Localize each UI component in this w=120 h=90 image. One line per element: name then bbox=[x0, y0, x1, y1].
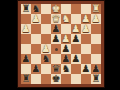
board-square-h8[interactable]: ♜ bbox=[91, 4, 101, 14]
white-pawn-piece: ♟ bbox=[72, 24, 81, 34]
board-square-e7[interactable]: ♞ bbox=[61, 14, 71, 24]
board-square-g5[interactable] bbox=[81, 34, 91, 44]
white-rook-piece: ♜ bbox=[92, 4, 101, 14]
white-pawn-piece: ♟ bbox=[42, 44, 51, 54]
board-square-d2[interactable]: ♛ bbox=[51, 64, 61, 74]
board-square-g1[interactable] bbox=[81, 74, 91, 84]
black-king-piece: ♚ bbox=[52, 74, 61, 84]
board-square-a4[interactable] bbox=[21, 44, 31, 54]
board-square-c7[interactable] bbox=[41, 14, 51, 24]
board-square-e4[interactable]: ♟ bbox=[61, 44, 71, 54]
board-square-a2[interactable] bbox=[21, 64, 31, 74]
board-square-d6[interactable]: ♟ bbox=[51, 24, 61, 34]
board-square-c1[interactable] bbox=[41, 74, 51, 84]
board-square-b7[interactable]: ♟ bbox=[31, 14, 41, 24]
board-square-f1[interactable] bbox=[71, 74, 81, 84]
board-square-e1[interactable] bbox=[61, 74, 71, 84]
white-knight-piece: ♞ bbox=[62, 14, 71, 24]
board-square-e5[interactable]: ♟ bbox=[61, 34, 71, 44]
black-pawn-piece: ♟ bbox=[82, 64, 91, 74]
black-pawn-piece: ♟ bbox=[72, 54, 81, 64]
board-square-e8[interactable] bbox=[61, 4, 71, 14]
black-rook-piece: ♜ bbox=[22, 74, 31, 84]
black-pawn-piece: ♟ bbox=[52, 34, 61, 44]
move-marker-dot bbox=[55, 48, 58, 51]
white-pawn-piece: ♟ bbox=[82, 24, 91, 34]
black-knight-piece: ♞ bbox=[42, 54, 51, 64]
board-square-d7[interactable]: ♛ bbox=[51, 14, 61, 24]
board-square-e6[interactable] bbox=[61, 24, 71, 34]
black-pawn-piece: ♟ bbox=[52, 24, 61, 34]
black-rook-piece: ♜ bbox=[22, 4, 31, 14]
white-pawn-piece: ♟ bbox=[32, 14, 41, 24]
board-square-h5[interactable] bbox=[91, 34, 101, 44]
white-pawn-piece: ♟ bbox=[82, 14, 91, 24]
board-square-b5[interactable] bbox=[31, 34, 41, 44]
letterboxed-background: ♜♞♚♜♟♛♞♟♟♟♟♟♟♟♟♟♟♟♟♞♟♟♟♛♞♟♟♜♚♜ bbox=[0, 0, 120, 90]
board-square-f7[interactable] bbox=[71, 14, 81, 24]
board-square-d4[interactable] bbox=[51, 44, 61, 54]
board-square-h1[interactable]: ♜ bbox=[91, 74, 101, 84]
board-square-d3[interactable] bbox=[51, 54, 61, 64]
board-square-d8[interactable]: ♚ bbox=[51, 4, 61, 14]
board-square-b1[interactable] bbox=[31, 74, 41, 84]
chess-board-frame: ♜♞♚♜♟♛♞♟♟♟♟♟♟♟♟♟♟♟♟♞♟♟♟♛♞♟♟♜♚♜ bbox=[18, 1, 104, 87]
board-square-g4[interactable] bbox=[81, 44, 91, 54]
board-square-f8[interactable] bbox=[71, 4, 81, 14]
board-square-a6[interactable]: ♟ bbox=[21, 24, 31, 34]
black-pawn-piece: ♟ bbox=[22, 54, 31, 64]
board-square-a7[interactable] bbox=[21, 14, 31, 24]
board-square-b2[interactable]: ♟ bbox=[31, 64, 41, 74]
board-square-c5[interactable] bbox=[41, 34, 51, 44]
white-pawn-piece: ♟ bbox=[22, 24, 31, 34]
board-square-a1[interactable]: ♜ bbox=[21, 74, 31, 84]
board-square-c4[interactable]: ♟ bbox=[41, 44, 51, 54]
black-pawn-piece: ♟ bbox=[62, 44, 71, 54]
board-square-g7[interactable]: ♟ bbox=[81, 14, 91, 24]
board-square-f3[interactable]: ♟ bbox=[71, 54, 81, 64]
board-square-c8[interactable] bbox=[41, 4, 51, 14]
board-square-a8[interactable]: ♜ bbox=[21, 4, 31, 14]
board-square-g8[interactable] bbox=[81, 4, 91, 14]
board-square-e3[interactable]: ♟ bbox=[61, 54, 71, 64]
board-square-b6[interactable] bbox=[31, 24, 41, 34]
black-pawn-piece: ♟ bbox=[92, 64, 101, 74]
black-pawn-piece: ♟ bbox=[62, 54, 71, 64]
board-square-a5[interactable] bbox=[21, 34, 31, 44]
white-pawn-piece: ♟ bbox=[92, 14, 101, 24]
chess-board[interactable]: ♜♞♚♜♟♛♞♟♟♟♟♟♟♟♟♟♟♟♟♞♟♟♟♛♞♟♟♜♚♜ bbox=[21, 4, 101, 84]
board-square-f6[interactable]: ♟ bbox=[71, 24, 81, 34]
white-queen-piece: ♛ bbox=[52, 14, 61, 24]
board-square-h4[interactable] bbox=[91, 44, 101, 54]
board-square-e2[interactable]: ♞ bbox=[61, 64, 71, 74]
board-square-b3[interactable] bbox=[31, 54, 41, 64]
board-square-c3[interactable]: ♞ bbox=[41, 54, 51, 64]
white-pawn-piece: ♟ bbox=[62, 34, 71, 44]
board-square-c6[interactable] bbox=[41, 24, 51, 34]
white-king-piece: ♚ bbox=[52, 4, 61, 14]
board-square-f2[interactable] bbox=[71, 64, 81, 74]
board-square-f4[interactable] bbox=[71, 44, 81, 54]
board-square-d5[interactable]: ♟ bbox=[51, 34, 61, 44]
black-pawn-piece: ♟ bbox=[72, 34, 81, 44]
board-square-f5[interactable]: ♟ bbox=[71, 34, 81, 44]
board-square-h6[interactable] bbox=[91, 24, 101, 34]
black-rook-piece: ♜ bbox=[92, 74, 101, 84]
board-square-g6[interactable]: ♟ bbox=[81, 24, 91, 34]
board-square-h3[interactable] bbox=[91, 54, 101, 64]
board-square-c2[interactable] bbox=[41, 64, 51, 74]
board-square-g2[interactable]: ♟ bbox=[81, 64, 91, 74]
board-square-g3[interactable] bbox=[81, 54, 91, 64]
board-square-a3[interactable]: ♟ bbox=[21, 54, 31, 64]
board-square-b4[interactable] bbox=[31, 44, 41, 54]
board-square-h2[interactable]: ♟ bbox=[91, 64, 101, 74]
black-knight-piece: ♞ bbox=[32, 4, 41, 14]
board-square-h7[interactable]: ♟ bbox=[91, 14, 101, 24]
board-square-d1[interactable]: ♚ bbox=[51, 74, 61, 84]
board-square-b8[interactable]: ♞ bbox=[31, 4, 41, 14]
black-queen-piece: ♛ bbox=[52, 64, 61, 74]
black-pawn-piece: ♟ bbox=[32, 64, 41, 74]
black-knight-piece: ♞ bbox=[62, 64, 71, 74]
